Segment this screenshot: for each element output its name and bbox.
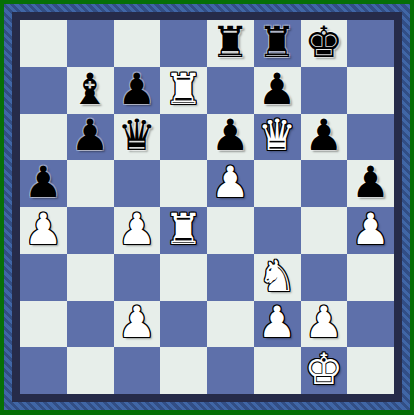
square-f3[interactable]: ♞	[254, 254, 301, 301]
square-f2[interactable]: ♟	[254, 301, 301, 348]
square-f4[interactable]	[254, 207, 301, 254]
piece-white-queen[interactable]: ♛	[258, 114, 297, 157]
square-b8[interactable]	[67, 20, 114, 67]
square-f7[interactable]: ♟	[254, 67, 301, 114]
square-c8[interactable]	[114, 20, 161, 67]
square-b2[interactable]	[67, 301, 114, 348]
square-f5[interactable]	[254, 160, 301, 207]
square-b1[interactable]	[67, 347, 114, 394]
square-h1[interactable]	[347, 347, 394, 394]
square-g1[interactable]: ♚	[301, 347, 348, 394]
piece-white-pawn[interactable]: ♟	[24, 208, 63, 251]
piece-black-rook[interactable]: ♜	[211, 21, 250, 64]
square-d2[interactable]	[160, 301, 207, 348]
square-b7[interactable]: ♝	[67, 67, 114, 114]
square-d7[interactable]: ♜	[160, 67, 207, 114]
outer-green-frame: ♜♜♚♝♟♜♟♟♛♟♛♟♟♟♟♟♟♜♟♞♟♟♟♚	[0, 0, 414, 415]
square-d1[interactable]	[160, 347, 207, 394]
square-d4[interactable]: ♜	[160, 207, 207, 254]
square-h6[interactable]	[347, 114, 394, 161]
square-a6[interactable]	[20, 114, 67, 161]
square-g2[interactable]: ♟	[301, 301, 348, 348]
square-c7[interactable]: ♟	[114, 67, 161, 114]
square-a7[interactable]	[20, 67, 67, 114]
square-h4[interactable]: ♟	[347, 207, 394, 254]
square-a3[interactable]	[20, 254, 67, 301]
square-g7[interactable]	[301, 67, 348, 114]
piece-white-knight[interactable]: ♞	[258, 255, 297, 298]
square-e3[interactable]	[207, 254, 254, 301]
piece-black-pawn[interactable]: ♟	[351, 161, 390, 204]
navy-inner-frame: ♜♜♚♝♟♜♟♟♛♟♛♟♟♟♟♟♟♜♟♞♟♟♟♚	[12, 12, 402, 402]
piece-white-king[interactable]: ♚	[305, 348, 344, 391]
square-h7[interactable]	[347, 67, 394, 114]
piece-white-pawn[interactable]: ♟	[351, 208, 390, 251]
piece-black-king[interactable]: ♚	[305, 21, 344, 64]
square-f6[interactable]: ♛	[254, 114, 301, 161]
square-h5[interactable]: ♟	[347, 160, 394, 207]
square-a4[interactable]: ♟	[20, 207, 67, 254]
piece-black-pawn[interactable]: ♟	[258, 68, 297, 111]
chess-board: ♜♜♚♝♟♜♟♟♛♟♛♟♟♟♟♟♟♜♟♞♟♟♟♚	[20, 20, 394, 394]
square-e1[interactable]	[207, 347, 254, 394]
piece-white-rook[interactable]: ♜	[164, 68, 203, 111]
square-g3[interactable]	[301, 254, 348, 301]
piece-white-pawn[interactable]: ♟	[258, 301, 297, 344]
square-b4[interactable]	[67, 207, 114, 254]
square-d8[interactable]	[160, 20, 207, 67]
square-e7[interactable]	[207, 67, 254, 114]
square-h3[interactable]	[347, 254, 394, 301]
piece-black-pawn[interactable]: ♟	[24, 161, 63, 204]
piece-black-pawn[interactable]: ♟	[71, 114, 110, 157]
square-a5[interactable]: ♟	[20, 160, 67, 207]
square-d5[interactable]	[160, 160, 207, 207]
square-e8[interactable]: ♜	[207, 20, 254, 67]
piece-black-queen[interactable]: ♛	[118, 114, 157, 157]
blue-hatched-frame: ♜♜♚♝♟♜♟♟♛♟♛♟♟♟♟♟♟♜♟♞♟♟♟♚	[4, 4, 410, 410]
piece-white-pawn[interactable]: ♟	[211, 161, 250, 204]
square-b3[interactable]	[67, 254, 114, 301]
square-b6[interactable]: ♟	[67, 114, 114, 161]
square-d3[interactable]	[160, 254, 207, 301]
square-c1[interactable]	[114, 347, 161, 394]
piece-white-pawn[interactable]: ♟	[305, 301, 344, 344]
square-e4[interactable]	[207, 207, 254, 254]
square-a8[interactable]	[20, 20, 67, 67]
square-g5[interactable]	[301, 160, 348, 207]
square-c2[interactable]: ♟	[114, 301, 161, 348]
square-g6[interactable]: ♟	[301, 114, 348, 161]
square-c4[interactable]: ♟	[114, 207, 161, 254]
piece-black-bishop[interactable]: ♝	[71, 68, 110, 111]
square-f8[interactable]: ♜	[254, 20, 301, 67]
square-g4[interactable]	[301, 207, 348, 254]
square-g8[interactable]: ♚	[301, 20, 348, 67]
square-b5[interactable]	[67, 160, 114, 207]
piece-white-pawn[interactable]: ♟	[118, 301, 157, 344]
square-e2[interactable]	[207, 301, 254, 348]
piece-black-pawn[interactable]: ♟	[118, 68, 157, 111]
square-h2[interactable]	[347, 301, 394, 348]
square-a2[interactable]	[20, 301, 67, 348]
square-d6[interactable]	[160, 114, 207, 161]
square-e5[interactable]: ♟	[207, 160, 254, 207]
piece-black-pawn[interactable]: ♟	[211, 114, 250, 157]
square-c5[interactable]	[114, 160, 161, 207]
square-h8[interactable]	[347, 20, 394, 67]
square-c6[interactable]: ♛	[114, 114, 161, 161]
square-e6[interactable]: ♟	[207, 114, 254, 161]
square-c3[interactable]	[114, 254, 161, 301]
square-a1[interactable]	[20, 347, 67, 394]
square-f1[interactable]	[254, 347, 301, 394]
piece-white-rook[interactable]: ♜	[164, 208, 203, 251]
piece-black-pawn[interactable]: ♟	[305, 114, 344, 157]
piece-white-pawn[interactable]: ♟	[118, 208, 157, 251]
piece-black-rook[interactable]: ♜	[258, 21, 297, 64]
